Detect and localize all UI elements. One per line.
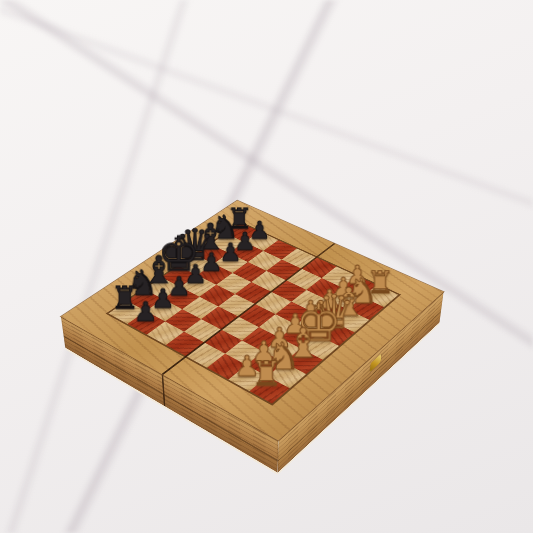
board-square[interactable] xyxy=(166,332,204,356)
photo-stage: ♜♟♟♜♞♟♟♞♝♟♟♝♛♟♟♛♚♟♟♚♝♟♟♝♞♟♟♞♜♟♟♜ xyxy=(0,0,533,533)
chess-piece-bP[interactable]: ♟ xyxy=(128,298,163,325)
board-square[interactable] xyxy=(186,343,225,368)
board-square[interactable] xyxy=(202,306,239,329)
board-square[interactable] xyxy=(165,309,202,332)
fold-seam-side xyxy=(162,374,166,407)
chess-piece-wR[interactable]: ♜ xyxy=(248,357,285,391)
board-square[interactable] xyxy=(184,319,221,343)
brass-latch-icon xyxy=(370,354,381,372)
